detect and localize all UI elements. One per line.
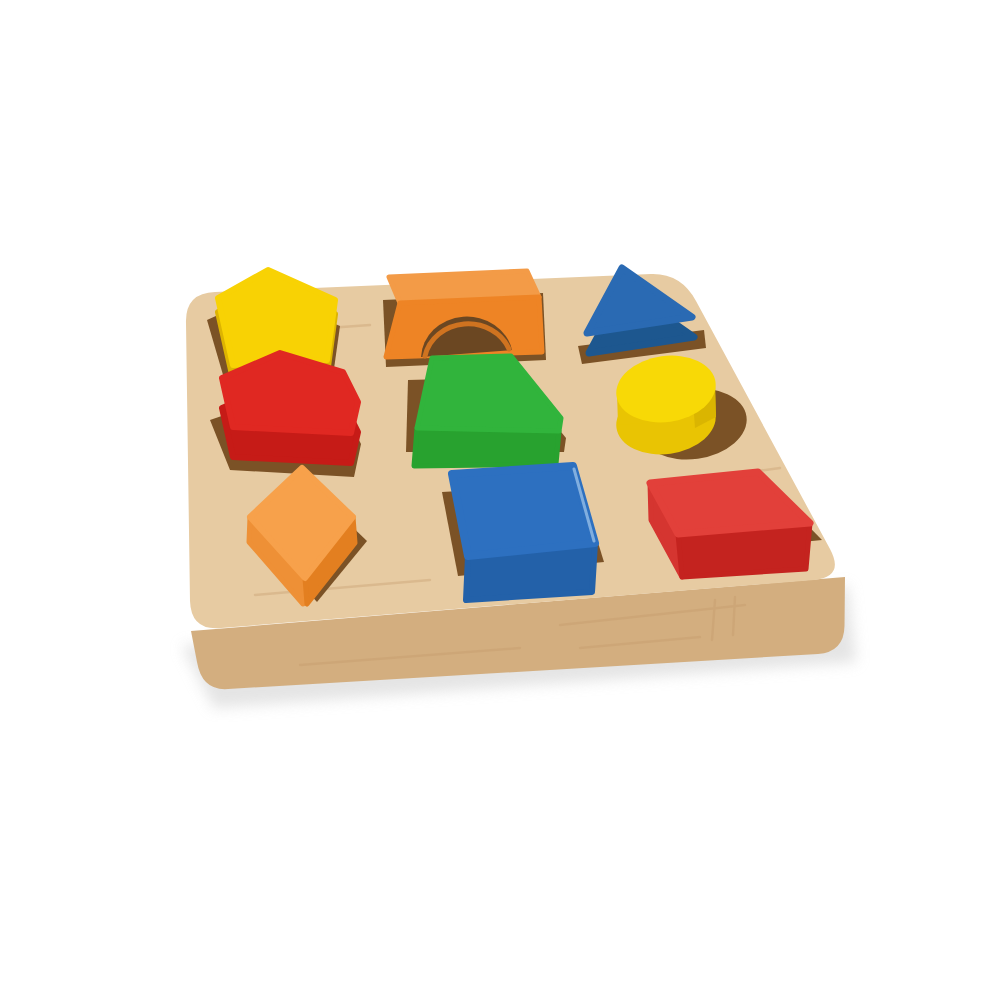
piece-cuboid-blue[interactable] [452, 466, 595, 600]
trapezoid-front-face [414, 428, 559, 466]
cuboid-top-face [452, 466, 595, 556]
piece-hexagon-red[interactable] [222, 353, 358, 463]
shape-sorter-product-photo [0, 0, 1000, 1000]
pentagon-top-face [218, 270, 335, 365]
cell-r1c2 [383, 271, 546, 367]
cell-r2c1 [210, 353, 361, 477]
cell-r3c2 [442, 466, 604, 600]
piece-arch-orange[interactable] [386, 271, 542, 357]
